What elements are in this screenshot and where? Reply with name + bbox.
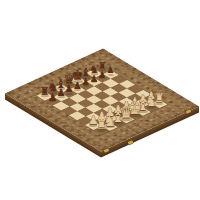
product-photo: ♜♞♟♝♟♚♟♛♟♝♟♞♟♜♟♟♟♟♜♟♞♟♝♟♚♟♛♟♝♟♞♜	[0, 0, 200, 200]
chess-board	[37, 65, 168, 135]
brass-hinge-icon	[128, 140, 134, 145]
chess-board-frame	[5, 49, 199, 152]
